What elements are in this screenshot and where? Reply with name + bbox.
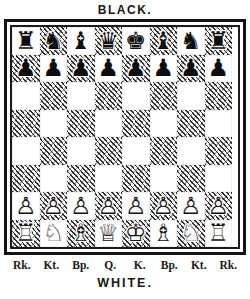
square-f5 bbox=[150, 110, 178, 138]
file-label-f: Bp. bbox=[155, 258, 185, 272]
square-g5 bbox=[177, 110, 205, 138]
black-pawn-icon: ♟ bbox=[40, 55, 68, 83]
square-g4 bbox=[177, 137, 205, 165]
white-side-label: WHITE. bbox=[0, 276, 250, 291]
white-rook-icon: ♜♖ bbox=[12, 220, 40, 248]
white-pawn-icon: ♟♙ bbox=[205, 192, 233, 220]
white-pawn-icon: ♟♙ bbox=[122, 192, 150, 220]
square-e8: ♚ bbox=[122, 27, 150, 55]
white-king-icon: ♚♔ bbox=[122, 220, 150, 248]
square-g8: ♞ bbox=[177, 27, 205, 55]
square-e2: ♟♙ bbox=[122, 192, 150, 220]
file-label-a: Rk. bbox=[7, 258, 37, 272]
white-pawn-icon: ♟♙ bbox=[12, 192, 40, 220]
black-pawn-icon: ♟ bbox=[205, 55, 233, 83]
black-pawn-icon: ♟ bbox=[12, 55, 40, 83]
square-c8: ♝ bbox=[67, 27, 95, 55]
square-h7: ♟ bbox=[205, 55, 233, 83]
black-bishop-icon: ♝ bbox=[67, 27, 95, 55]
square-c3 bbox=[67, 165, 95, 193]
square-e1: ♚♔ bbox=[122, 220, 150, 248]
square-a1: ♜♖ bbox=[12, 220, 40, 248]
square-e5 bbox=[122, 110, 150, 138]
square-h4 bbox=[205, 137, 233, 165]
square-d8: ♛ bbox=[95, 27, 123, 55]
white-pawn-icon: ♟♙ bbox=[95, 192, 123, 220]
black-pawn-icon: ♟ bbox=[122, 55, 150, 83]
black-pawn-icon: ♟ bbox=[67, 55, 95, 83]
black-pawn-icon: ♟ bbox=[95, 55, 123, 83]
white-queen-icon: ♛♕ bbox=[95, 220, 123, 248]
square-g2: ♟♙ bbox=[177, 192, 205, 220]
square-b7: ♟ bbox=[40, 55, 68, 83]
white-pawn-icon: ♟♙ bbox=[177, 192, 205, 220]
square-a3 bbox=[12, 165, 40, 193]
white-bishop-icon: ♝♗ bbox=[150, 220, 178, 248]
file-labels: Rk. Kt. Bp. Q. K. Bp. Kt. Rk. bbox=[7, 258, 243, 272]
white-knight-icon: ♞♘ bbox=[40, 220, 68, 248]
square-a8: ♜ bbox=[12, 27, 40, 55]
square-c7: ♟ bbox=[67, 55, 95, 83]
black-knight-icon: ♞ bbox=[40, 27, 68, 55]
square-e4 bbox=[122, 137, 150, 165]
square-a2: ♟♙ bbox=[12, 192, 40, 220]
square-g1: ♞♘ bbox=[177, 220, 205, 248]
black-knight-icon: ♞ bbox=[177, 27, 205, 55]
square-h8: ♜ bbox=[205, 27, 233, 55]
square-b5 bbox=[40, 110, 68, 138]
square-b6 bbox=[40, 82, 68, 110]
square-f7: ♟ bbox=[150, 55, 178, 83]
square-a6 bbox=[12, 82, 40, 110]
black-rook-icon: ♜ bbox=[12, 27, 40, 55]
black-queen-icon: ♛ bbox=[95, 27, 123, 55]
square-f8: ♝ bbox=[150, 27, 178, 55]
square-h3 bbox=[205, 165, 233, 193]
white-bishop-icon: ♝♗ bbox=[67, 220, 95, 248]
square-h1: ♜♖ bbox=[205, 220, 233, 248]
square-c1: ♝♗ bbox=[67, 220, 95, 248]
white-pawn-icon: ♟♙ bbox=[150, 192, 178, 220]
square-d5 bbox=[95, 110, 123, 138]
square-f3 bbox=[150, 165, 178, 193]
chess-board: ♜♞♝♛♚♝♞♜♟♟♟♟♟♟♟♟♟♙♟♙♟♙♟♙♟♙♟♙♟♙♟♙♜♖♞♘♝♗♛♕… bbox=[12, 27, 232, 247]
square-d1: ♛♕ bbox=[95, 220, 123, 248]
square-c5 bbox=[67, 110, 95, 138]
file-label-b: Kt. bbox=[37, 258, 67, 272]
square-a5 bbox=[12, 110, 40, 138]
square-b1: ♞♘ bbox=[40, 220, 68, 248]
square-d4 bbox=[95, 137, 123, 165]
square-b4 bbox=[40, 137, 68, 165]
white-rook-icon: ♜♖ bbox=[205, 220, 233, 248]
square-d6 bbox=[95, 82, 123, 110]
file-label-c: Bp. bbox=[66, 258, 96, 272]
square-c2: ♟♙ bbox=[67, 192, 95, 220]
black-pawn-icon: ♟ bbox=[150, 55, 178, 83]
square-c6 bbox=[67, 82, 95, 110]
square-h5 bbox=[205, 110, 233, 138]
chess-diagram: BLACK. ♜♞♝♛♚♝♞♜♟♟♟♟♟♟♟♟♟♙♟♙♟♙♟♙♟♙♟♙♟♙♟♙♜… bbox=[0, 3, 250, 291]
black-rook-icon: ♜ bbox=[205, 27, 233, 55]
square-d2: ♟♙ bbox=[95, 192, 123, 220]
file-label-h: Rk. bbox=[214, 258, 244, 272]
file-label-g: Kt. bbox=[184, 258, 214, 272]
square-g6 bbox=[177, 82, 205, 110]
square-f4 bbox=[150, 137, 178, 165]
board-frame: ♜♞♝♛♚♝♞♜♟♟♟♟♟♟♟♟♟♙♟♙♟♙♟♙♟♙♟♙♟♙♟♙♜♖♞♘♝♗♛♕… bbox=[4, 19, 246, 255]
square-b2: ♟♙ bbox=[40, 192, 68, 220]
square-e3 bbox=[122, 165, 150, 193]
white-knight-icon: ♞♘ bbox=[177, 220, 205, 248]
square-c4 bbox=[67, 137, 95, 165]
file-label-e: K. bbox=[125, 258, 155, 272]
white-pawn-icon: ♟♙ bbox=[67, 192, 95, 220]
square-g7: ♟ bbox=[177, 55, 205, 83]
square-e7: ♟ bbox=[122, 55, 150, 83]
square-d7: ♟ bbox=[95, 55, 123, 83]
square-e6 bbox=[122, 82, 150, 110]
square-g3 bbox=[177, 165, 205, 193]
board-inner-border: ♜♞♝♛♚♝♞♜♟♟♟♟♟♟♟♟♟♙♟♙♟♙♟♙♟♙♟♙♟♙♟♙♜♖♞♘♝♗♛♕… bbox=[10, 25, 240, 249]
black-king-icon: ♚ bbox=[122, 27, 150, 55]
white-pawn-icon: ♟♙ bbox=[40, 192, 68, 220]
square-f1: ♝♗ bbox=[150, 220, 178, 248]
square-h2: ♟♙ bbox=[205, 192, 233, 220]
square-b3 bbox=[40, 165, 68, 193]
square-f6 bbox=[150, 82, 178, 110]
square-f2: ♟♙ bbox=[150, 192, 178, 220]
square-b8: ♞ bbox=[40, 27, 68, 55]
black-bishop-icon: ♝ bbox=[150, 27, 178, 55]
black-pawn-icon: ♟ bbox=[177, 55, 205, 83]
square-a7: ♟ bbox=[12, 55, 40, 83]
square-d3 bbox=[95, 165, 123, 193]
black-side-label: BLACK. bbox=[0, 3, 250, 17]
square-a4 bbox=[12, 137, 40, 165]
square-h6 bbox=[205, 82, 233, 110]
file-label-d: Q. bbox=[96, 258, 126, 272]
